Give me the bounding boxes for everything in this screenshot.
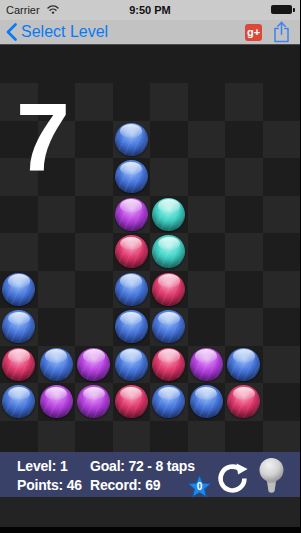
bubble-magenta[interactable] <box>40 385 73 418</box>
bubble-magenta[interactable] <box>77 385 110 418</box>
goal-label: Goal: 72 - 8 taps <box>90 457 195 475</box>
board-cell <box>188 271 226 309</box>
bubble-blue[interactable] <box>115 123 148 156</box>
board-cell <box>188 308 226 346</box>
bottom-black-strip <box>0 527 300 533</box>
board-cell <box>38 346 76 384</box>
board-cell <box>263 158 301 196</box>
star-badge: 0 <box>188 475 211 498</box>
board-cell <box>225 196 263 234</box>
board-cell <box>38 233 76 271</box>
app-screen: Carrier 9:50 PM Select Level g+ <box>0 0 300 533</box>
board-cell <box>225 308 263 346</box>
bubble-cyan[interactable] <box>152 235 185 268</box>
board-cell <box>263 308 301 346</box>
board-cell <box>263 383 301 421</box>
board-cell <box>188 196 226 234</box>
board-cell <box>188 233 226 271</box>
board-cell <box>225 83 263 121</box>
below-bar-strip <box>0 497 300 527</box>
board-cell <box>113 233 151 271</box>
nav-bar: Select Level g+ <box>0 20 300 45</box>
points-label: Points: 46 <box>17 476 82 494</box>
board-cell <box>0 233 38 271</box>
board-cell <box>75 383 113 421</box>
star-count: 0 <box>188 481 211 492</box>
board-cell <box>263 83 301 121</box>
board-cell <box>75 83 113 121</box>
board-cell <box>0 271 38 309</box>
board-cell <box>75 346 113 384</box>
hint-button[interactable] <box>258 456 285 496</box>
board-cell <box>75 233 113 271</box>
bubble-magenta[interactable] <box>190 348 223 381</box>
board-cell <box>38 308 76 346</box>
bubble-blue[interactable] <box>115 310 148 343</box>
board-cell <box>0 346 38 384</box>
board-cell <box>263 233 301 271</box>
bubble-blue[interactable] <box>2 273 35 306</box>
board-cell <box>263 121 301 159</box>
google-plus-button[interactable]: g+ <box>245 24 262 41</box>
board-cell <box>263 271 301 309</box>
bubble-pink[interactable] <box>115 235 148 268</box>
board-cell <box>150 121 188 159</box>
board-cell <box>150 271 188 309</box>
bubble-pink[interactable] <box>2 348 35 381</box>
board-cell <box>150 308 188 346</box>
board-cell <box>113 121 151 159</box>
back-button[interactable]: Select Level <box>6 20 108 44</box>
status-bar: Carrier 9:50 PM <box>0 0 300 20</box>
board-cell <box>150 233 188 271</box>
board-cell <box>113 383 151 421</box>
google-plus-icon: g+ <box>247 27 260 38</box>
time-label: 9:50 PM <box>0 4 300 16</box>
board-cell <box>38 271 76 309</box>
bubble-blue[interactable] <box>190 385 223 418</box>
share-button[interactable] <box>272 21 291 43</box>
bubble-pink[interactable] <box>152 273 185 306</box>
board-cell <box>263 196 301 234</box>
board-cell <box>225 383 263 421</box>
bubble-cyan[interactable] <box>152 198 185 231</box>
board-cell <box>0 121 38 159</box>
board-cell <box>113 271 151 309</box>
board-cell <box>188 383 226 421</box>
board-cell <box>113 196 151 234</box>
board-cell <box>113 308 151 346</box>
board-cell <box>188 346 226 384</box>
board-cell <box>150 383 188 421</box>
board-cell <box>38 83 76 121</box>
board-cell <box>188 83 226 121</box>
board-cell <box>150 346 188 384</box>
board-cell <box>38 196 76 234</box>
back-button-label: Select Level <box>21 23 108 41</box>
board-cell <box>225 233 263 271</box>
board-cell <box>38 121 76 159</box>
board-cell <box>38 383 76 421</box>
bubble-blue[interactable] <box>40 348 73 381</box>
bubble-pink[interactable] <box>152 348 185 381</box>
board-cell <box>113 346 151 384</box>
board-cell <box>0 83 38 121</box>
board-cell <box>75 196 113 234</box>
bubble-blue[interactable] <box>152 310 185 343</box>
bubble-blue[interactable] <box>115 348 148 381</box>
board-cell <box>150 158 188 196</box>
board-cell <box>150 83 188 121</box>
bubble-blue[interactable] <box>2 385 35 418</box>
board-cell <box>225 346 263 384</box>
board-cell <box>0 383 38 421</box>
bubble-pink[interactable] <box>115 385 148 418</box>
level-label: Level: 1 <box>17 457 68 475</box>
board-cell <box>225 271 263 309</box>
bubble-pink[interactable] <box>227 385 260 418</box>
board-cell <box>38 158 76 196</box>
battery-icon <box>271 5 292 14</box>
bubble-blue[interactable] <box>115 273 148 306</box>
board-cell <box>188 158 226 196</box>
bubble-blue[interactable] <box>2 310 35 343</box>
board-grid <box>0 83 300 458</box>
board-cell <box>75 308 113 346</box>
bubble-magenta[interactable] <box>77 348 110 381</box>
board-cell <box>150 196 188 234</box>
hud-bar: Level: 1 Goal: 72 - 8 taps Points: 46 Re… <box>0 452 300 497</box>
board-cell <box>263 346 301 384</box>
board-cell <box>225 158 263 196</box>
board-cell <box>75 158 113 196</box>
board-cell <box>75 271 113 309</box>
board-cell <box>113 158 151 196</box>
bubble-blue[interactable] <box>115 160 148 193</box>
bulb-icon <box>260 458 284 493</box>
bubble-blue[interactable] <box>152 385 185 418</box>
board-cell <box>0 158 38 196</box>
bubble-magenta[interactable] <box>115 198 148 231</box>
board-cell <box>188 121 226 159</box>
chevron-left-icon <box>6 23 17 41</box>
board-cell <box>113 83 151 121</box>
board-cell <box>75 121 113 159</box>
board-cell <box>0 308 38 346</box>
bubble-blue[interactable] <box>227 348 260 381</box>
nav-right-icons: g+ <box>245 20 291 44</box>
board-cell <box>0 196 38 234</box>
record-label: Record: 69 <box>90 476 160 494</box>
board-cell <box>225 121 263 159</box>
restart-button[interactable] <box>216 462 249 495</box>
